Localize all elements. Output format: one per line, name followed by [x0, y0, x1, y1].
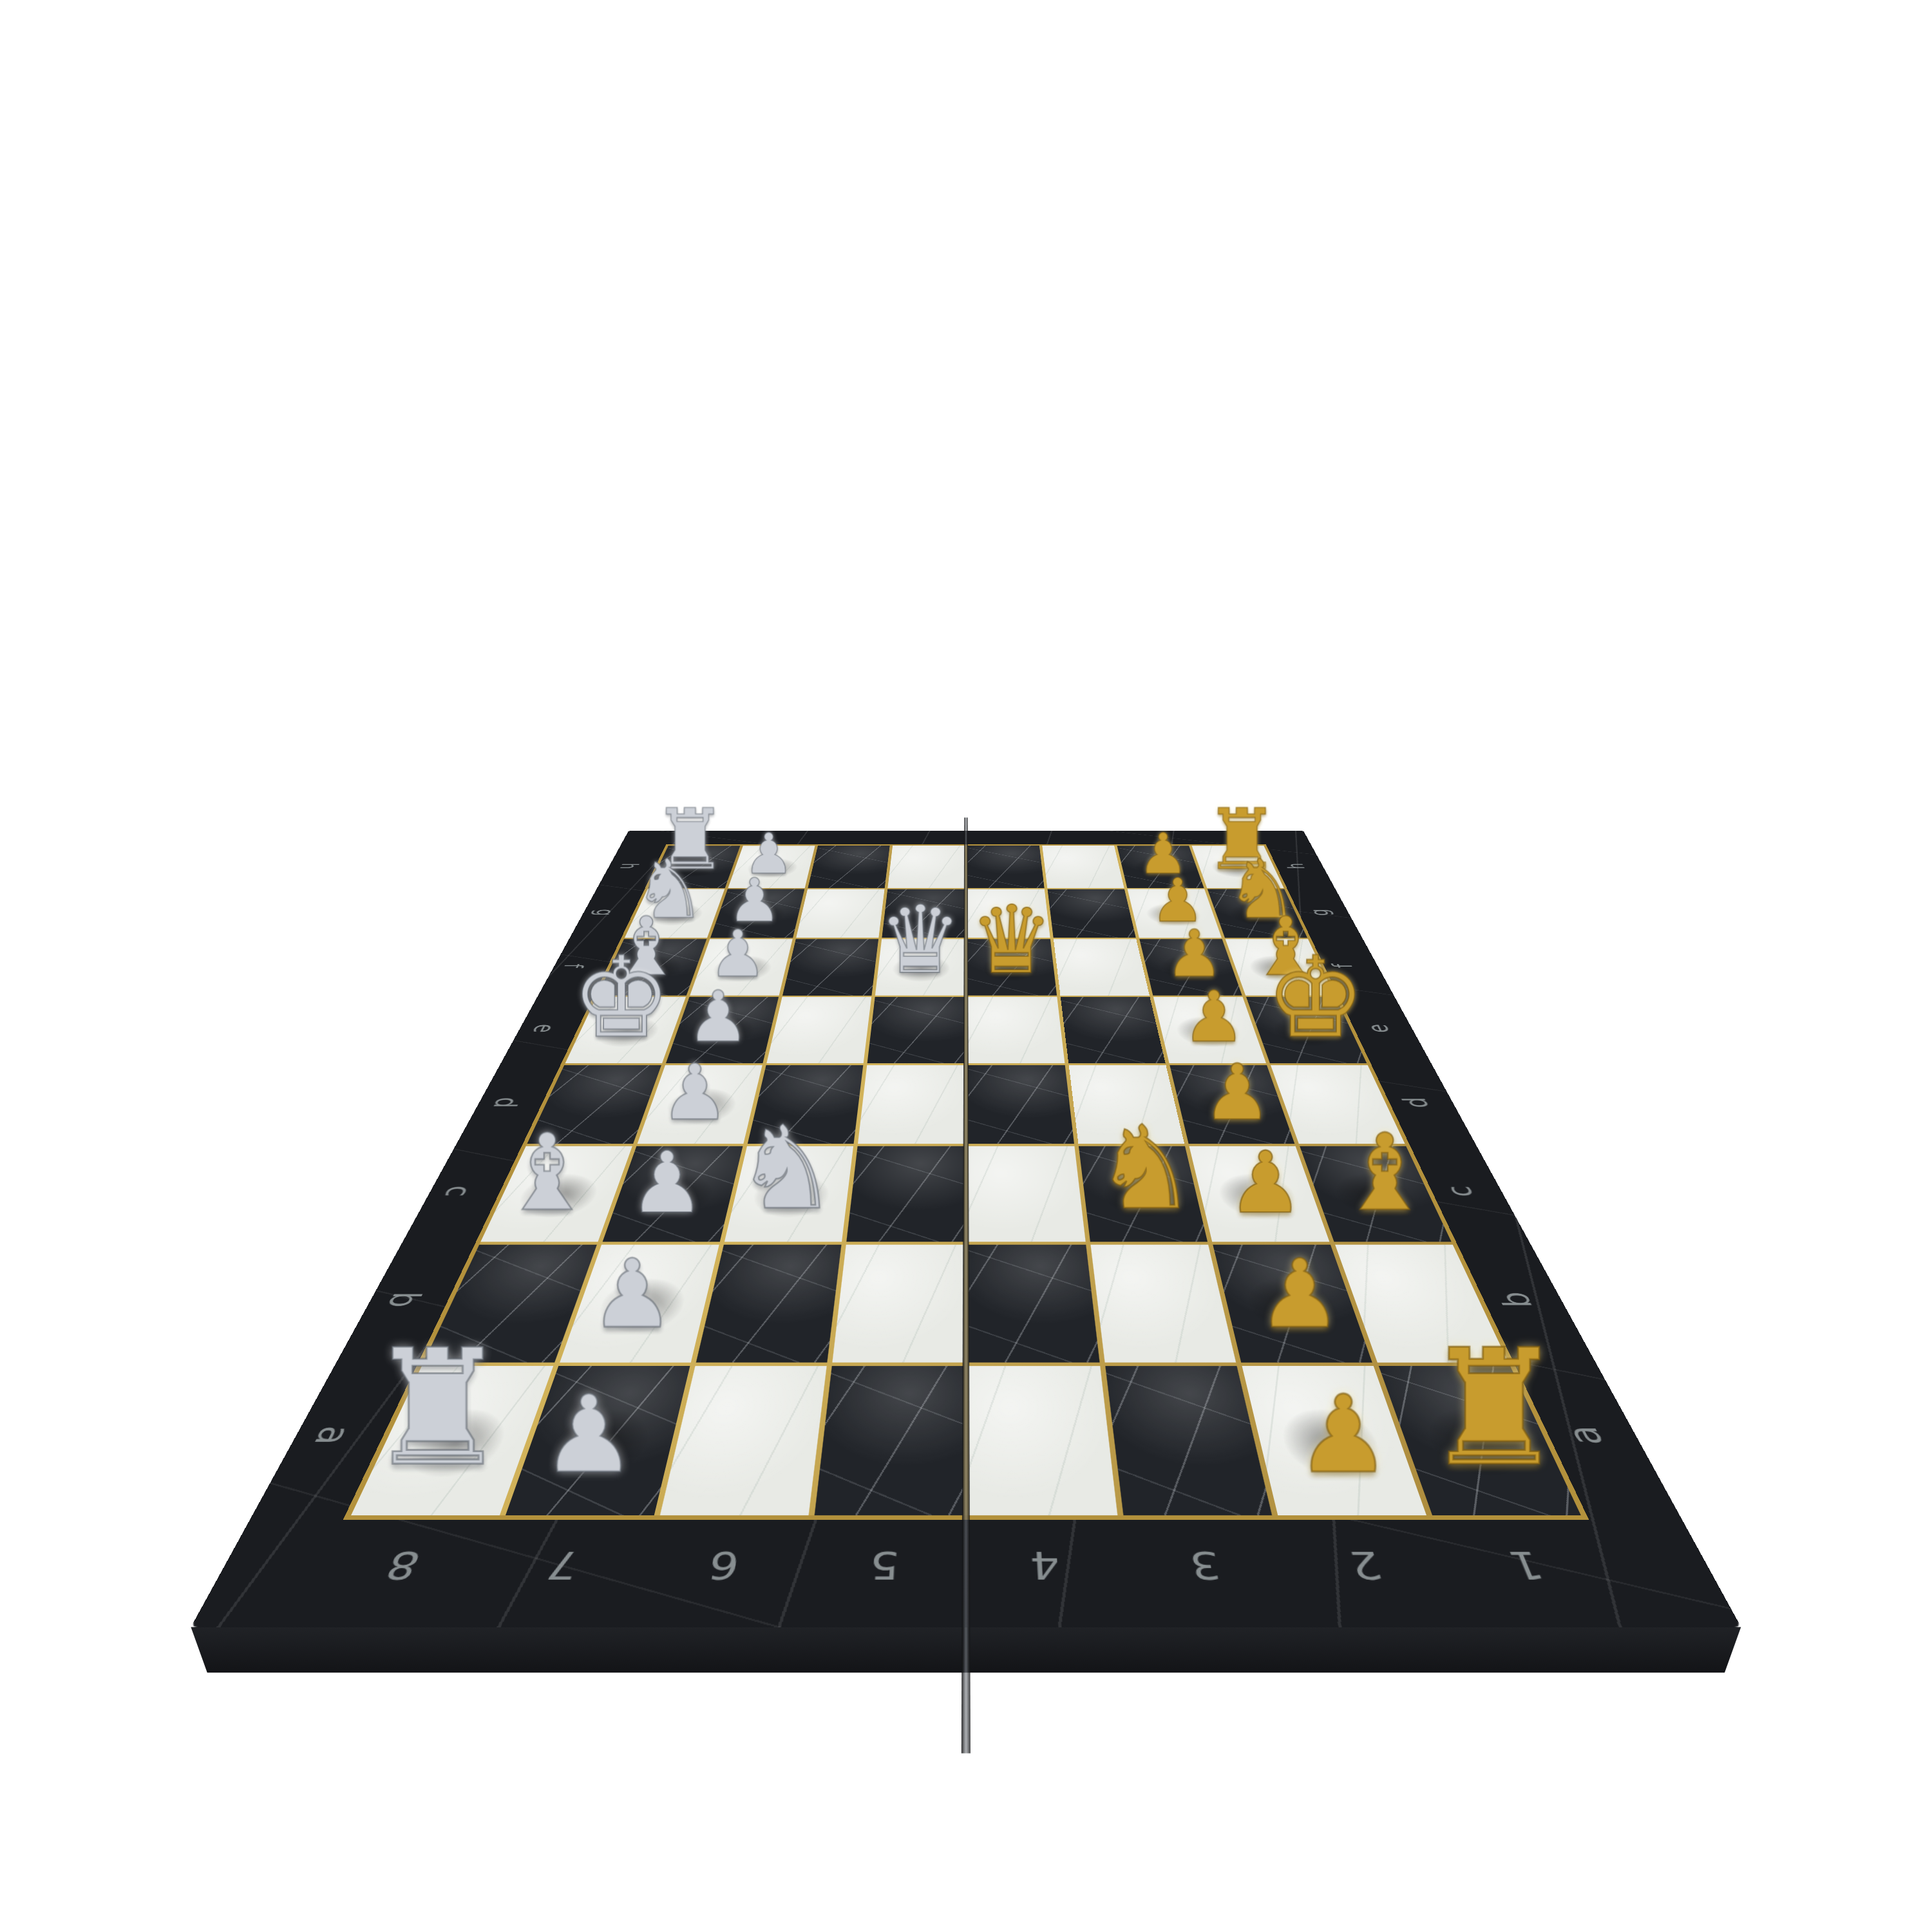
label-file-e-right: e: [1362, 1025, 1394, 1033]
square-e6[interactable]: [766, 997, 871, 1063]
piece-gold-pawn-a2[interactable]: ♟: [1271, 1384, 1416, 1486]
square-a6[interactable]: [660, 1366, 827, 1515]
piece-gold-king-e1[interactable]: ♚: [1265, 944, 1361, 1050]
label-rank-7-front: 7: [543, 1546, 584, 1584]
square-b3[interactable]: [1090, 1244, 1236, 1362]
square-g3[interactable]: [1048, 889, 1136, 938]
label-file-e-left: e: [528, 1025, 560, 1033]
knight-figurine-glyph: ♞: [735, 1113, 838, 1223]
label-file-c-right: c: [1440, 1186, 1479, 1197]
square-a7[interactable]: ♟: [506, 1366, 690, 1515]
rook-figurine-glyph: ♜: [1423, 1333, 1566, 1486]
piece-silver-pawn-b7[interactable]: ♟: [568, 1249, 696, 1340]
piece-silver-queen-f5[interactable]: ♛: [876, 896, 964, 985]
square-d5[interactable]: [858, 1065, 964, 1144]
label-file-a-left: a: [307, 1426, 359, 1444]
piece-silver-knight-c6[interactable]: ♞: [729, 1113, 844, 1223]
label-rank-3-front: 3: [1188, 1546, 1224, 1584]
label-file-h-left: h: [616, 863, 641, 869]
square-c7[interactable]: ♟: [603, 1146, 743, 1242]
bishop-figurine-glyph: ♝: [500, 1122, 595, 1223]
square-h4[interactable]: [967, 846, 1044, 888]
photo-scene: ♜♟♟♜♞♟♟♞♝♟♛♛♟♝♚♟♟♚♟♟♝♟♞♞♟♝♟♟♜♟♟♜ 8765432…: [0, 0, 1932, 1932]
pawn-figurine-glyph: ♟: [660, 1056, 729, 1128]
square-g6[interactable]: [796, 889, 884, 938]
label-rank-8-front: 8: [381, 1546, 426, 1584]
piece-silver-pawn-e7[interactable]: ♟: [670, 983, 766, 1050]
label-file-d-right: d: [1398, 1097, 1434, 1108]
rook-figurine-glyph: ♜: [366, 1333, 509, 1486]
piece-silver-rook-a8[interactable]: ♜: [365, 1333, 510, 1486]
piece-gold-pawn-c2[interactable]: ♟: [1207, 1142, 1323, 1223]
piece-silver-pawn-a7[interactable]: ♟: [516, 1384, 661, 1486]
label-file-g-right: g: [1305, 909, 1332, 916]
square-a4[interactable]: [969, 1366, 1117, 1515]
square-h6[interactable]: [808, 846, 889, 888]
square-f4[interactable]: ♛: [968, 939, 1057, 995]
square-h3[interactable]: [1042, 846, 1124, 888]
pawn-figurine-glyph: ♟: [1182, 983, 1245, 1050]
chessboard: ♜♟♟♜♞♟♟♞♝♟♛♛♟♝♚♟♟♚♟♟♝♟♞♞♟♝♟♟♜♟♟♜ 8765432…: [191, 831, 1741, 1627]
square-f5[interactable]: ♛: [875, 939, 965, 995]
knight-figurine-glyph: ♞: [1094, 1113, 1197, 1223]
label-rank-6-front: 6: [706, 1546, 743, 1584]
piece-gold-pawn-b2[interactable]: ♟: [1236, 1249, 1364, 1340]
label-file-c-left: c: [439, 1186, 478, 1197]
piece-silver-bishop-c8[interactable]: ♝: [489, 1122, 605, 1223]
square-e3[interactable]: [1061, 997, 1166, 1063]
label-rank-4-front: 4: [1029, 1546, 1061, 1584]
square-h5[interactable]: [887, 846, 964, 888]
label-file-b-left: b: [381, 1292, 427, 1307]
label-rank-2-front: 2: [1345, 1546, 1386, 1584]
square-c4[interactable]: [968, 1146, 1085, 1242]
bishop-figurine-glyph: ♝: [1338, 1122, 1433, 1223]
square-c5[interactable]: [846, 1146, 963, 1242]
square-b5[interactable]: [832, 1244, 963, 1362]
label-file-b-right: b: [1493, 1292, 1539, 1307]
square-e5[interactable]: [867, 997, 965, 1063]
label-file-h-right: h: [1283, 863, 1308, 869]
piece-silver-king-e8[interactable]: ♚: [571, 944, 667, 1050]
piece-gold-rook-a1[interactable]: ♜: [1422, 1333, 1567, 1486]
square-c6[interactable]: ♞: [724, 1146, 853, 1242]
pawn-figurine-glyph: ♟: [629, 1142, 705, 1223]
label-file-f-left: f: [560, 964, 588, 968]
square-b2[interactable]: ♟: [1213, 1244, 1372, 1362]
square-d4[interactable]: [968, 1065, 1074, 1144]
label-rank-1-front: 1: [1504, 1546, 1549, 1584]
label-rank-5-front: 5: [868, 1546, 900, 1584]
pawn-figurine-glyph: ♟: [1227, 1142, 1303, 1223]
square-b4[interactable]: [969, 1244, 1100, 1362]
square-c3[interactable]: ♞: [1079, 1146, 1207, 1242]
piece-gold-bishop-c1[interactable]: ♝: [1327, 1122, 1443, 1223]
queen-figurine-glyph: ♛: [878, 896, 962, 985]
pawn-figurine-glyph: ♟: [541, 1384, 637, 1486]
king-figurine-glyph: ♚: [1265, 944, 1366, 1050]
square-b6[interactable]: [696, 1244, 842, 1362]
pawn-figurine-glyph: ♟: [1295, 1384, 1391, 1486]
piece-gold-queen-f4[interactable]: ♛: [968, 896, 1056, 985]
square-a5[interactable]: [815, 1366, 963, 1515]
square-e4[interactable]: [968, 997, 1065, 1063]
piece-gold-knight-c3[interactable]: ♞: [1088, 1113, 1203, 1223]
pawn-figurine-glyph: ♟: [687, 983, 750, 1050]
label-file-g-left: g: [591, 909, 619, 916]
square-f6[interactable]: [782, 939, 878, 995]
label-file-d-left: d: [488, 1097, 524, 1108]
pawn-figurine-glyph: ♟: [590, 1249, 675, 1340]
queen-figurine-glyph: ♛: [970, 896, 1054, 985]
square-c2[interactable]: ♟: [1189, 1146, 1330, 1242]
pawn-figurine-glyph: ♟: [1257, 1249, 1342, 1340]
square-f3[interactable]: [1054, 939, 1150, 995]
piece-silver-pawn-c7[interactable]: ♟: [609, 1142, 724, 1223]
square-b7[interactable]: ♟: [560, 1244, 719, 1362]
label-file-f-right: f: [1329, 964, 1356, 968]
piece-gold-pawn-e2[interactable]: ♟: [1166, 983, 1262, 1050]
square-a2[interactable]: ♟: [1242, 1366, 1427, 1515]
king-figurine-glyph: ♚: [571, 944, 672, 1050]
pawn-figurine-glyph: ♟: [1203, 1056, 1272, 1128]
